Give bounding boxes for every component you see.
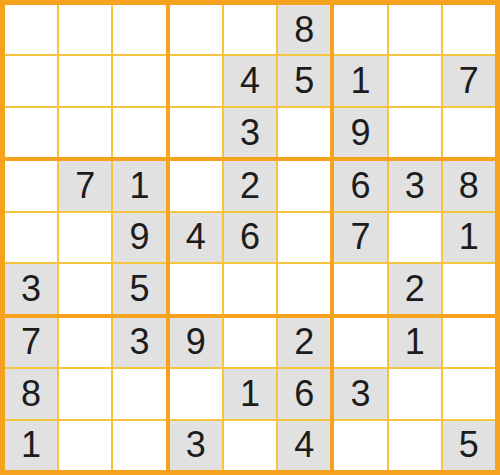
empty-cell-r8c2[interactable] [59, 369, 111, 418]
empty-cell-r9c3[interactable] [113, 421, 165, 470]
empty-cell-r9c7[interactable] [334, 421, 386, 470]
empty-cell-r8c9[interactable] [443, 369, 495, 418]
given-cell-r5c3: 9 [113, 213, 165, 262]
empty-cell-r8c3[interactable] [113, 369, 165, 418]
given-cell-r4c8: 3 [389, 161, 441, 210]
empty-cell-r3c6[interactable] [278, 108, 330, 157]
empty-cell-r4c4[interactable] [170, 161, 222, 210]
given-cell-r8c6: 6 [278, 369, 330, 418]
empty-cell-r9c8[interactable] [389, 421, 441, 470]
given-cell-r5c7: 7 [334, 213, 386, 262]
empty-cell-r1c1[interactable] [5, 5, 57, 54]
given-cell-r5c9: 1 [443, 213, 495, 262]
empty-cell-r6c9[interactable] [443, 264, 495, 313]
empty-cell-r5c6[interactable] [278, 213, 330, 262]
empty-cell-r1c4[interactable] [170, 5, 222, 54]
box-r1c1 [5, 5, 166, 157]
given-cell-r5c4: 4 [170, 213, 222, 262]
empty-cell-r4c1[interactable] [5, 161, 57, 210]
given-cell-r8c7: 3 [334, 369, 386, 418]
empty-cell-r2c4[interactable] [170, 56, 222, 105]
box-r3c3: 135 [334, 318, 495, 470]
given-cell-r9c4: 3 [170, 421, 222, 470]
empty-cell-r9c5[interactable] [224, 421, 276, 470]
empty-cell-r7c9[interactable] [443, 318, 495, 367]
empty-cell-r7c2[interactable] [59, 318, 111, 367]
empty-cell-r1c3[interactable] [113, 5, 165, 54]
empty-cell-r3c1[interactable] [5, 108, 57, 157]
given-cell-r9c6: 4 [278, 421, 330, 470]
given-cell-r7c8: 1 [389, 318, 441, 367]
empty-cell-r6c5[interactable] [224, 264, 276, 313]
empty-cell-r3c2[interactable] [59, 108, 111, 157]
empty-cell-r2c2[interactable] [59, 56, 111, 105]
empty-cell-r6c6[interactable] [278, 264, 330, 313]
empty-cell-r9c2[interactable] [59, 421, 111, 470]
empty-cell-r1c9[interactable] [443, 5, 495, 54]
box-r2c1: 71935 [5, 161, 166, 313]
given-cell-r9c1: 1 [5, 421, 57, 470]
given-cell-r7c3: 3 [113, 318, 165, 367]
given-cell-r7c1: 7 [5, 318, 57, 367]
empty-cell-r2c3[interactable] [113, 56, 165, 105]
empty-cell-r5c1[interactable] [5, 213, 57, 262]
empty-cell-r6c7[interactable] [334, 264, 386, 313]
box-r2c2: 246 [170, 161, 331, 313]
given-cell-r3c5: 3 [224, 108, 276, 157]
empty-cell-r3c3[interactable] [113, 108, 165, 157]
empty-cell-r7c7[interactable] [334, 318, 386, 367]
given-cell-r4c5: 2 [224, 161, 276, 210]
box-r3c2: 921634 [170, 318, 331, 470]
empty-cell-r3c9[interactable] [443, 108, 495, 157]
box-r1c2: 8453 [170, 5, 331, 157]
given-cell-r7c6: 2 [278, 318, 330, 367]
empty-cell-r5c2[interactable] [59, 213, 111, 262]
empty-cell-r1c5[interactable] [224, 5, 276, 54]
box-r1c3: 179 [334, 5, 495, 157]
given-cell-r7c4: 9 [170, 318, 222, 367]
empty-cell-r3c4[interactable] [170, 108, 222, 157]
given-cell-r8c5: 1 [224, 369, 276, 418]
given-cell-r6c3: 5 [113, 264, 165, 313]
empty-cell-r3c8[interactable] [389, 108, 441, 157]
given-cell-r4c9: 8 [443, 161, 495, 210]
empty-cell-r1c8[interactable] [389, 5, 441, 54]
given-cell-r2c9: 7 [443, 56, 495, 105]
empty-cell-r8c8[interactable] [389, 369, 441, 418]
empty-cell-r4c6[interactable] [278, 161, 330, 210]
box-r3c1: 7381 [5, 318, 166, 470]
given-cell-r2c5: 4 [224, 56, 276, 105]
empty-cell-r5c8[interactable] [389, 213, 441, 262]
box-r2c3: 638712 [334, 161, 495, 313]
given-cell-r4c2: 7 [59, 161, 111, 210]
given-cell-r2c7: 1 [334, 56, 386, 105]
given-cell-r4c7: 6 [334, 161, 386, 210]
empty-cell-r2c8[interactable] [389, 56, 441, 105]
given-cell-r6c8: 2 [389, 264, 441, 313]
given-cell-r5c5: 6 [224, 213, 276, 262]
given-cell-r8c1: 8 [5, 369, 57, 418]
empty-cell-r6c2[interactable] [59, 264, 111, 313]
empty-cell-r7c5[interactable] [224, 318, 276, 367]
given-cell-r4c3: 1 [113, 161, 165, 210]
empty-cell-r8c4[interactable] [170, 369, 222, 418]
given-cell-r1c6: 8 [278, 5, 330, 54]
given-cell-r9c9: 5 [443, 421, 495, 470]
given-cell-r3c7: 9 [334, 108, 386, 157]
sudoku-board: 8453179719352466387127381921634135 [0, 0, 500, 475]
given-cell-r6c1: 3 [5, 264, 57, 313]
empty-cell-r6c4[interactable] [170, 264, 222, 313]
empty-cell-r2c1[interactable] [5, 56, 57, 105]
empty-cell-r1c2[interactable] [59, 5, 111, 54]
empty-cell-r1c7[interactable] [334, 5, 386, 54]
given-cell-r2c6: 5 [278, 56, 330, 105]
